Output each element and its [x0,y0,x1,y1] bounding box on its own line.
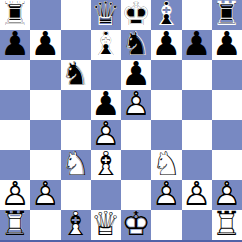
piece-black-knight[interactable]: ♞ [61,57,91,90]
square-b1[interactable] [30,210,60,240]
piece-black-knight[interactable]: ♞ [121,27,151,60]
square-g1[interactable] [182,210,212,240]
piece-white-pawn-detail: ♙ [121,87,151,120]
square-g6[interactable] [182,60,212,90]
piece-black-king[interactable]: ♚ [121,0,151,30]
piece-white-rook-detail: ♖ [0,207,30,240]
square-c1[interactable]: ♝♗ [61,210,91,240]
square-b7[interactable]: ♟ [30,30,60,60]
piece-white-rook[interactable]: ♜ [0,207,30,240]
piece-white-knight-detail: ♘ [61,147,91,180]
piece-white-pawn-detail: ♙ [152,177,182,210]
square-g8[interactable] [182,0,212,30]
square-d5[interactable]: ♟ [91,90,121,120]
piece-white-pawn[interactable]: ♟ [91,117,121,150]
piece-white-queen-detail: ♕ [91,207,121,240]
square-e8[interactable]: ♚♔ [121,0,151,30]
square-h8[interactable]: ♜♖ [212,0,242,30]
square-f4[interactable] [151,120,181,150]
square-b8[interactable] [30,0,60,30]
square-h5[interactable] [212,90,242,120]
square-e6[interactable]: ♟ [121,60,151,90]
square-a4[interactable] [0,120,30,150]
piece-black-bishop[interactable]: ♝ [152,0,182,30]
square-a8[interactable]: ♜♖ [0,0,30,30]
square-a1[interactable]: ♜♖ [0,210,30,240]
piece-black-queen[interactable]: ♛ [91,0,121,30]
piece-white-pawn-detail: ♙ [212,177,242,210]
square-g5[interactable] [182,90,212,120]
square-c8[interactable] [61,0,91,30]
piece-white-bishop-detail: ♗ [61,207,91,240]
square-c4[interactable] [61,120,91,150]
square-d3[interactable]: ♝♗ [91,150,121,180]
square-b5[interactable] [30,90,60,120]
square-e1[interactable]: ♚♔ [121,210,151,240]
square-e7[interactable]: ♞♘ [121,30,151,60]
square-c5[interactable] [61,90,91,120]
piece-black-king-detail: ♔ [121,0,151,30]
square-c7[interactable] [61,30,91,60]
square-a5[interactable] [0,90,30,120]
square-h4[interactable] [212,120,242,150]
chess-board: ♜♖♛♕♚♔♝♗♜♖♟♟♝♗♞♘♟♟♟♞♘♟♟♟♙♟♙♞♘♝♗♞♘♟♙♟♙♟♙♟… [0,0,242,242]
square-d7[interactable]: ♝♗ [91,30,121,60]
square-b2[interactable]: ♟♙ [30,180,60,210]
square-d2[interactable] [91,180,121,210]
piece-white-rook[interactable]: ♜ [212,207,242,240]
square-f7[interactable]: ♟ [151,30,181,60]
square-g7[interactable]: ♟ [182,30,212,60]
square-h1[interactable]: ♜♖ [212,210,242,240]
piece-white-knight[interactable]: ♞ [152,147,182,180]
square-d8[interactable]: ♛♕ [91,0,121,30]
square-a7[interactable]: ♟ [0,30,30,60]
piece-black-knight-detail: ♘ [61,57,91,90]
piece-black-rook-detail: ♖ [212,0,242,30]
piece-white-pawn[interactable]: ♟ [121,87,151,120]
square-c3[interactable]: ♞♘ [61,150,91,180]
square-a2[interactable]: ♟♙ [0,180,30,210]
square-d6[interactable] [91,60,121,90]
piece-white-knight[interactable]: ♞ [61,147,91,180]
square-g3[interactable] [182,150,212,180]
square-a6[interactable] [0,60,30,90]
square-g4[interactable] [182,120,212,150]
square-e2[interactable] [121,180,151,210]
square-e3[interactable] [121,150,151,180]
piece-black-rook-detail: ♖ [0,0,30,30]
piece-white-pawn[interactable]: ♟ [182,177,212,210]
square-d1[interactable]: ♛♕ [91,210,121,240]
square-h3[interactable] [212,150,242,180]
piece-black-pawn[interactable]: ♟ [212,27,242,60]
square-a3[interactable] [0,150,30,180]
piece-black-pawn[interactable]: ♟ [152,27,182,60]
square-b6[interactable] [30,60,60,90]
square-g2[interactable]: ♟♙ [182,180,212,210]
piece-white-pawn-detail: ♙ [31,177,61,210]
piece-black-pawn[interactable]: ♟ [121,57,151,90]
piece-white-king-detail: ♔ [121,207,151,240]
square-d4[interactable]: ♟♙ [91,120,121,150]
piece-black-pawn[interactable]: ♟ [31,27,61,60]
piece-white-bishop-detail: ♗ [91,147,121,180]
square-f1[interactable] [151,210,181,240]
piece-white-pawn[interactable]: ♟ [152,177,182,210]
piece-white-bishop[interactable]: ♝ [91,147,121,180]
piece-white-rook-detail: ♖ [212,207,242,240]
piece-white-pawn[interactable]: ♟ [212,177,242,210]
piece-black-pawn[interactable]: ♟ [182,27,212,60]
board-grid: ♜♖♛♕♚♔♝♗♜♖♟♟♝♗♞♘♟♟♟♞♘♟♟♟♙♟♙♞♘♝♗♞♘♟♙♟♙♟♙♟… [0,0,242,240]
square-f6[interactable] [151,60,181,90]
piece-white-pawn-detail: ♙ [182,177,212,210]
piece-white-knight-detail: ♘ [152,147,182,180]
piece-white-pawn[interactable]: ♟ [0,177,30,210]
square-c6[interactable]: ♞♘ [61,60,91,90]
piece-black-pawn[interactable]: ♟ [91,87,121,120]
piece-white-pawn-detail: ♙ [0,177,30,210]
square-f3[interactable]: ♞♘ [151,150,181,180]
square-h7[interactable]: ♟ [212,30,242,60]
piece-white-queen[interactable]: ♛ [91,207,121,240]
square-h6[interactable] [212,60,242,90]
piece-white-pawn[interactable]: ♟ [31,177,61,210]
square-c2[interactable] [61,180,91,210]
square-e5[interactable]: ♟♙ [121,90,151,120]
piece-black-knight-detail: ♘ [121,27,151,60]
piece-black-bishop-detail: ♗ [152,0,182,30]
piece-black-queen-detail: ♕ [91,0,121,30]
piece-black-rook[interactable]: ♜ [212,0,242,30]
square-h2[interactable]: ♟♙ [212,180,242,210]
piece-white-king[interactable]: ♚ [121,207,151,240]
piece-black-pawn[interactable]: ♟ [0,27,30,60]
piece-black-bishop[interactable]: ♝ [91,27,121,60]
square-f8[interactable]: ♝♗ [151,0,181,30]
piece-black-bishop-detail: ♗ [91,27,121,60]
square-b4[interactable] [30,120,60,150]
square-e4[interactable] [121,120,151,150]
square-b3[interactable] [30,150,60,180]
square-f2[interactable]: ♟♙ [151,180,181,210]
piece-white-pawn-detail: ♙ [91,117,121,150]
square-f5[interactable] [151,90,181,120]
piece-white-bishop[interactable]: ♝ [61,207,91,240]
piece-black-rook[interactable]: ♜ [0,0,30,30]
